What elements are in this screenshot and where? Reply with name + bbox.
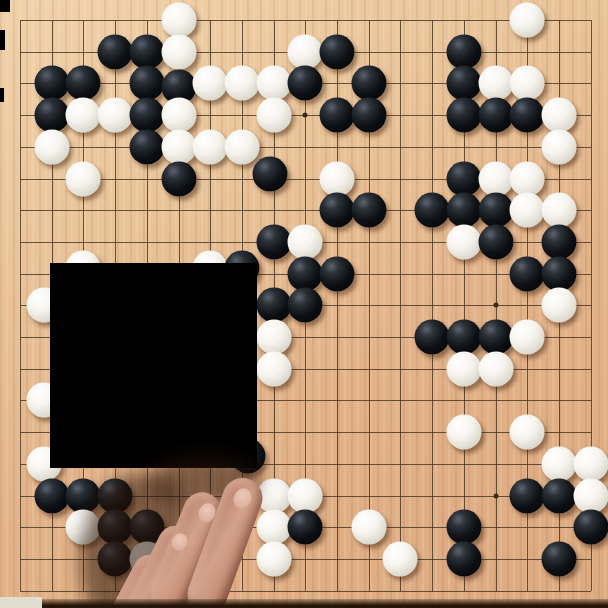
stone-black-9-16[interactable]: [288, 510, 323, 545]
stone-white-14-11[interactable]: [446, 351, 481, 386]
stone-black-2-2[interactable]: [66, 66, 101, 101]
stone-white-9-15[interactable]: [288, 478, 323, 513]
stone-white-17-14[interactable]: [541, 446, 576, 481]
stone-black-1-2[interactable]: [34, 66, 69, 101]
stone-white-16-10[interactable]: [510, 320, 545, 355]
stone-black-4-2[interactable]: [129, 66, 164, 101]
hoshi-point: [493, 303, 498, 308]
stone-black-9-2[interactable]: [288, 66, 323, 101]
stone-white-18-15[interactable]: [573, 478, 608, 513]
board-bottom-edge: [0, 599, 608, 608]
stone-white-5-1[interactable]: [161, 34, 196, 69]
stone-white-17-4[interactable]: [541, 129, 576, 164]
stone-white-15-5[interactable]: [478, 161, 513, 196]
stone-white-11-16[interactable]: [351, 510, 386, 545]
stone-white-8-16[interactable]: [256, 510, 291, 545]
stone-white-9-7[interactable]: [288, 224, 323, 259]
stone-black-3-1[interactable]: [98, 34, 133, 69]
stone-black-9-8[interactable]: [288, 256, 323, 291]
stone-black-11-3[interactable]: [351, 98, 386, 133]
stone-white-2-3[interactable]: [66, 98, 101, 133]
stone-white-8-10[interactable]: [256, 320, 291, 355]
stone-black-14-10[interactable]: [446, 320, 481, 355]
stone-black-15-10[interactable]: [478, 320, 513, 355]
stone-black-10-3[interactable]: [320, 98, 355, 133]
stone-white-17-3[interactable]: [541, 98, 576, 133]
stone-white-10-5[interactable]: [320, 161, 355, 196]
stone-white-16-0[interactable]: [510, 3, 545, 38]
stone-white-12-17[interactable]: [383, 541, 418, 576]
stone-black-8-9[interactable]: [256, 288, 291, 323]
stone-white-16-2[interactable]: [510, 66, 545, 101]
stone-black-4-1[interactable]: [129, 34, 164, 69]
stone-white-17-6[interactable]: [541, 193, 576, 228]
stone-black-9-9[interactable]: [288, 288, 323, 323]
go-board-photo: [0, 0, 608, 608]
grid-line: [432, 20, 433, 591]
stone-black-14-6[interactable]: [446, 193, 481, 228]
stone-white-2-5[interactable]: [66, 161, 101, 196]
stone-white-8-11[interactable]: [256, 351, 291, 386]
stone-black-10-1[interactable]: [320, 34, 355, 69]
stone-black-10-8[interactable]: [320, 256, 355, 291]
table-corner: [0, 597, 42, 608]
stone-white-8-2[interactable]: [256, 66, 291, 101]
photo-artifact: [0, 0, 10, 12]
stone-black-16-3[interactable]: [510, 98, 545, 133]
stone-black-1-3[interactable]: [34, 98, 69, 133]
stone-black-17-8[interactable]: [541, 256, 576, 291]
stone-black-18-16[interactable]: [573, 510, 608, 545]
stone-black-10-6[interactable]: [320, 193, 355, 228]
stone-white-5-0[interactable]: [161, 3, 196, 38]
stone-white-9-1[interactable]: [288, 34, 323, 69]
stone-black-16-8[interactable]: [510, 256, 545, 291]
stone-black-14-5[interactable]: [446, 161, 481, 196]
stone-black-14-2[interactable]: [446, 66, 481, 101]
stone-black-13-10[interactable]: [415, 320, 450, 355]
hoshi-point: [303, 113, 308, 118]
stone-white-6-2[interactable]: [193, 66, 228, 101]
stone-white-18-14[interactable]: [573, 446, 608, 481]
stone-white-16-13[interactable]: [510, 415, 545, 450]
stone-white-17-9[interactable]: [541, 288, 576, 323]
photo-artifact: [0, 30, 5, 50]
stone-black-17-17[interactable]: [541, 541, 576, 576]
stone-black-14-3[interactable]: [446, 98, 481, 133]
stone-black-4-3[interactable]: [129, 98, 164, 133]
stone-white-3-3[interactable]: [98, 98, 133, 133]
grid-line: [400, 20, 401, 591]
stone-black-13-6[interactable]: [415, 193, 450, 228]
stone-white-16-5[interactable]: [510, 161, 545, 196]
stone-black-11-6[interactable]: [351, 193, 386, 228]
stone-black-5-5[interactable]: [161, 161, 196, 196]
stone-white-8-3[interactable]: [256, 98, 291, 133]
hoshi-point: [493, 493, 498, 498]
stone-black-17-15[interactable]: [541, 478, 576, 513]
stone-black-14-17[interactable]: [446, 541, 481, 576]
stone-white-5-3[interactable]: [161, 98, 196, 133]
stone-black-4-4[interactable]: [129, 129, 164, 164]
stone-white-1-4[interactable]: [34, 129, 69, 164]
stone-white-6-4[interactable]: [193, 129, 228, 164]
stone-white-15-2[interactable]: [478, 66, 513, 101]
stone-white-8-17[interactable]: [256, 541, 291, 576]
stone-black-14-16[interactable]: [446, 510, 481, 545]
stone-black-8-5[interactable]: [252, 156, 287, 191]
stone-white-5-4[interactable]: [161, 129, 196, 164]
stone-white-16-6[interactable]: [510, 193, 545, 228]
stone-black-15-3[interactable]: [478, 98, 513, 133]
stone-white-15-11[interactable]: [478, 351, 513, 386]
stone-black-11-2[interactable]: [351, 66, 386, 101]
stone-black-8-7[interactable]: [256, 224, 291, 259]
stone-white-14-7[interactable]: [446, 224, 481, 259]
stone-black-15-6[interactable]: [478, 193, 513, 228]
photo-artifact: [0, 88, 4, 102]
stone-black-16-15[interactable]: [510, 478, 545, 513]
stone-black-15-7[interactable]: [478, 224, 513, 259]
occluder-square: [50, 263, 257, 468]
stone-white-7-2[interactable]: [224, 66, 259, 101]
stone-white-7-4[interactable]: [224, 129, 259, 164]
stone-black-14-1[interactable]: [446, 34, 481, 69]
stone-white-14-13[interactable]: [446, 415, 481, 450]
stone-black-1-15[interactable]: [34, 478, 69, 513]
stone-black-17-7[interactable]: [541, 224, 576, 259]
